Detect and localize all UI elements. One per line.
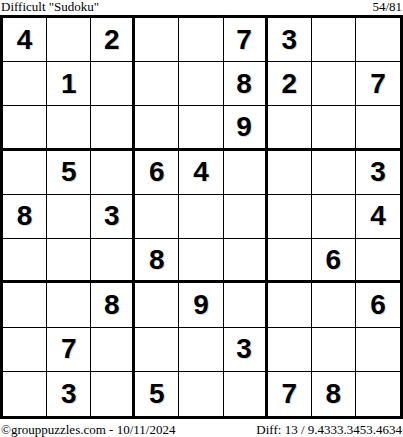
puzzle-title: Difficult "Sudoku" [1, 0, 99, 13]
empty-cell-r7c1[interactable] [3, 283, 47, 327]
empty-cell-r4c7[interactable] [268, 151, 312, 195]
given-cell-r5c9: 4 [356, 195, 400, 239]
given-cell-r2c7: 2 [268, 62, 312, 106]
empty-cell-r2c8[interactable] [312, 62, 356, 106]
empty-cell-r4c8[interactable] [312, 151, 356, 195]
given-cell-r7c9: 6 [356, 283, 400, 327]
empty-cell-r4c1[interactable] [3, 151, 47, 195]
empty-cell-r9c3[interactable] [91, 372, 135, 416]
empty-cell-r3c3[interactable] [91, 106, 135, 150]
empty-cell-r8c7[interactable] [268, 328, 312, 372]
empty-cell-r8c8[interactable] [312, 328, 356, 372]
given-cell-r2c9: 7 [356, 62, 400, 106]
given-cell-r9c7: 7 [268, 372, 312, 416]
empty-cell-r3c9[interactable] [356, 106, 400, 150]
empty-cell-r2c1[interactable] [3, 62, 47, 106]
empty-cell-r7c8[interactable] [312, 283, 356, 327]
empty-cell-r6c3[interactable] [91, 239, 135, 283]
given-cell-r4c4: 6 [135, 151, 179, 195]
given-cell-r9c4: 5 [135, 372, 179, 416]
difficulty-text: Diff: 13 / 9.4333.3453.4634 [256, 422, 402, 437]
empty-cell-r5c4[interactable] [135, 195, 179, 239]
empty-cell-r1c4[interactable] [135, 18, 179, 62]
given-cell-r2c2: 1 [47, 62, 91, 106]
given-cell-r3c6: 9 [224, 106, 268, 150]
given-cell-r7c3: 8 [91, 283, 135, 327]
empty-cell-r3c2[interactable] [47, 106, 91, 150]
empty-cell-r5c7[interactable] [268, 195, 312, 239]
empty-cell-r3c4[interactable] [135, 106, 179, 150]
given-cell-r5c3: 3 [91, 195, 135, 239]
given-cell-r2c6: 8 [224, 62, 268, 106]
empty-cell-r6c5[interactable] [179, 239, 223, 283]
given-cell-r5c1: 8 [3, 195, 47, 239]
empty-cell-r8c5[interactable] [179, 328, 223, 372]
empty-cell-r8c3[interactable] [91, 328, 135, 372]
empty-cell-r9c9[interactable] [356, 372, 400, 416]
empty-cell-r7c6[interactable] [224, 283, 268, 327]
footer: ©grouppuzzles.com - 10/11/2024 Diff: 13 … [0, 419, 403, 437]
given-cell-r6c8: 6 [312, 239, 356, 283]
empty-cell-r6c1[interactable] [3, 239, 47, 283]
given-cell-r1c7: 3 [268, 18, 312, 62]
given-cell-r4c2: 5 [47, 151, 91, 195]
empty-cell-r2c4[interactable] [135, 62, 179, 106]
given-cell-r9c8: 8 [312, 372, 356, 416]
cells-remaining-counter: 54/81 [372, 0, 402, 13]
empty-cell-r4c3[interactable] [91, 151, 135, 195]
given-cell-r7c5: 9 [179, 283, 223, 327]
empty-cell-r9c1[interactable] [3, 372, 47, 416]
empty-cell-r8c4[interactable] [135, 328, 179, 372]
empty-cell-r5c8[interactable] [312, 195, 356, 239]
empty-cell-r6c2[interactable] [47, 239, 91, 283]
empty-cell-r6c6[interactable] [224, 239, 268, 283]
given-cell-r4c9: 3 [356, 151, 400, 195]
empty-cell-r6c7[interactable] [268, 239, 312, 283]
empty-cell-r3c1[interactable] [3, 106, 47, 150]
empty-cell-r1c9[interactable] [356, 18, 400, 62]
empty-cell-r5c2[interactable] [47, 195, 91, 239]
empty-cell-r3c5[interactable] [179, 106, 223, 150]
sudoku-page: Difficult "Sudoku" 54/81 427318279564383… [0, 0, 403, 437]
empty-cell-r1c2[interactable] [47, 18, 91, 62]
empty-cell-r7c4[interactable] [135, 283, 179, 327]
empty-cell-r4c6[interactable] [224, 151, 268, 195]
given-cell-r1c6: 7 [224, 18, 268, 62]
empty-cell-r7c2[interactable] [47, 283, 91, 327]
empty-cell-r3c7[interactable] [268, 106, 312, 150]
given-cell-r9c2: 3 [47, 372, 91, 416]
empty-cell-r1c8[interactable] [312, 18, 356, 62]
given-cell-r4c5: 4 [179, 151, 223, 195]
empty-cell-r8c1[interactable] [3, 328, 47, 372]
empty-cell-r9c6[interactable] [224, 372, 268, 416]
given-cell-r1c3: 2 [91, 18, 135, 62]
empty-cell-r2c3[interactable] [91, 62, 135, 106]
empty-cell-r6c9[interactable] [356, 239, 400, 283]
given-cell-r8c2: 7 [47, 328, 91, 372]
empty-cell-r7c7[interactable] [268, 283, 312, 327]
empty-cell-r2c5[interactable] [179, 62, 223, 106]
empty-cell-r5c6[interactable] [224, 195, 268, 239]
empty-cell-r5c5[interactable] [179, 195, 223, 239]
empty-cell-r9c5[interactable] [179, 372, 223, 416]
given-cell-r8c6: 3 [224, 328, 268, 372]
empty-cell-r8c9[interactable] [356, 328, 400, 372]
copyright-date-text: ©grouppuzzles.com - 10/11/2024 [1, 422, 175, 437]
sudoku-grid: 427318279564383486896733578 [0, 15, 403, 419]
header: Difficult "Sudoku" 54/81 [0, 0, 403, 15]
given-cell-r1c1: 4 [3, 18, 47, 62]
empty-cell-r3c8[interactable] [312, 106, 356, 150]
empty-cell-r1c5[interactable] [179, 18, 223, 62]
given-cell-r6c4: 8 [135, 239, 179, 283]
